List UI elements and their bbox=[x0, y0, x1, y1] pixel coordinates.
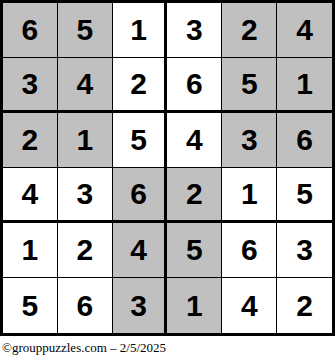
cell-r5c3: 4 bbox=[113, 223, 168, 278]
cell-r1c2: 5 bbox=[58, 3, 113, 58]
cell-r5c2: 2 bbox=[58, 223, 113, 278]
puzzle-page: 651324342651215436436215124563563142 ©gr… bbox=[0, 0, 335, 357]
cell-r6c3: 3 bbox=[113, 278, 168, 333]
cell-r5c1: 1 bbox=[3, 223, 58, 278]
cell-r4c3: 6 bbox=[113, 168, 168, 223]
cell-r1c5: 2 bbox=[222, 3, 277, 58]
cell-r3c4: 4 bbox=[167, 113, 222, 168]
cell-r4c6: 5 bbox=[277, 168, 332, 223]
cell-r6c1: 5 bbox=[3, 278, 58, 333]
cell-r2c6: 1 bbox=[277, 58, 332, 113]
cell-r5c4: 5 bbox=[167, 223, 222, 278]
cell-r2c1: 3 bbox=[3, 58, 58, 113]
sudoku-board: 651324342651215436436215124563563142 bbox=[0, 0, 335, 336]
cell-r1c3: 1 bbox=[113, 3, 168, 58]
cell-r3c1: 2 bbox=[3, 113, 58, 168]
cell-r3c6: 6 bbox=[277, 113, 332, 168]
cell-r6c4: 1 bbox=[167, 278, 222, 333]
cell-r4c1: 4 bbox=[3, 168, 58, 223]
cell-r2c5: 5 bbox=[222, 58, 277, 113]
cell-r3c5: 3 bbox=[222, 113, 277, 168]
cell-r2c4: 6 bbox=[167, 58, 222, 113]
cell-r5c5: 6 bbox=[222, 223, 277, 278]
cell-r3c3: 5 bbox=[113, 113, 168, 168]
cell-r3c2: 1 bbox=[58, 113, 113, 168]
cell-r5c6: 3 bbox=[277, 223, 332, 278]
cell-r4c4: 2 bbox=[167, 168, 222, 223]
cell-r6c5: 4 bbox=[222, 278, 277, 333]
cell-r6c2: 6 bbox=[58, 278, 113, 333]
cell-r4c2: 3 bbox=[58, 168, 113, 223]
cell-r4c5: 1 bbox=[222, 168, 277, 223]
credit-text: ©grouppuzzles.com – 2/5/2025 bbox=[0, 336, 335, 356]
cell-r6c6: 2 bbox=[277, 278, 332, 333]
cell-r1c6: 4 bbox=[277, 3, 332, 58]
cell-r2c3: 2 bbox=[113, 58, 168, 113]
cell-r1c1: 6 bbox=[3, 3, 58, 58]
cell-r2c2: 4 bbox=[58, 58, 113, 113]
cell-r1c4: 3 bbox=[167, 3, 222, 58]
